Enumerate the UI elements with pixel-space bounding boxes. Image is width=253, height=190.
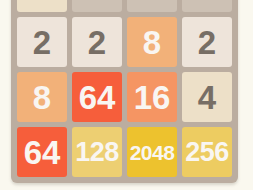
tile-8: 8 (127, 17, 177, 67)
tile-64: 64 (17, 127, 67, 177)
tile-2048: 2048 (127, 127, 177, 177)
tile-16: 16 (127, 72, 177, 122)
tile-2: 2 (17, 17, 67, 67)
tile-64: 64 (72, 72, 122, 122)
tile-4: 4 (17, 0, 67, 12)
tile-128: 128 (72, 127, 122, 177)
empty-cell (182, 0, 232, 12)
tile-4: 4 (182, 72, 232, 122)
tile-8: 8 (17, 72, 67, 122)
tile-2: 2 (182, 17, 232, 67)
empty-cell (127, 0, 177, 12)
app-2048-viewport: 42282864164641282048256 (0, 0, 253, 190)
tile-2: 2 (72, 17, 122, 67)
tile-256: 256 (182, 127, 232, 177)
game-board[interactable]: 42282864164641282048256 (11, 0, 238, 183)
empty-cell (72, 0, 122, 12)
